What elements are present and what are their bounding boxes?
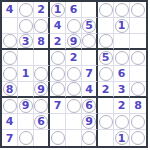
odd-cell-circle-icon [99,67,113,81]
cell-r7c8[interactable]: 2 [114,98,130,114]
given-digit: 7 [6,133,14,144]
odd-cell-circle-icon [19,19,33,33]
cell-r1c5[interactable]: 6 [66,2,82,18]
cell-r7c6[interactable]: 6 [82,98,98,114]
cell-r4c7[interactable]: 5 [98,50,114,66]
cell-r9c3[interactable] [34,130,50,146]
cell-r4c6[interactable] [82,50,98,66]
cell-r3c7[interactable] [98,34,114,50]
sudoku-board: 4216451382925176894239762846971 [0,0,148,148]
cell-r3c4[interactable]: 2 [50,34,66,50]
cell-r9c4[interactable] [50,130,66,146]
cell-r5c8[interactable]: 6 [114,66,130,82]
cell-r9c5[interactable] [66,130,82,146]
given-digit: 4 [6,116,14,127]
given-digit: 3 [22,36,30,47]
odd-cell-circle-icon [82,34,96,48]
cell-r6c6[interactable]: 4 [82,82,98,98]
cell-r6c3[interactable]: 9 [34,82,50,98]
cell-r3c2[interactable]: 3 [18,34,34,50]
cell-r4c2[interactable] [18,50,34,66]
given-digit: 7 [85,68,93,79]
odd-cell-circle-icon [67,99,81,113]
given-digit: 1 [22,68,30,79]
cell-r6c8[interactable]: 3 [114,82,130,98]
odd-cell-circle-icon [131,115,145,129]
given-digit: 1 [118,133,126,144]
odd-cell-circle-icon [19,131,33,145]
odd-cell-circle-icon [51,67,65,81]
cell-r8c5[interactable] [66,114,82,130]
cell-r9c6[interactable] [82,130,98,146]
cell-r3c6[interactable] [82,34,98,50]
cell-r6c7[interactable]: 2 [98,82,114,98]
odd-cell-circle-icon [34,67,48,81]
cell-r5c3[interactable] [34,66,50,82]
cell-r3c1[interactable] [2,34,18,50]
odd-cell-circle-icon [99,3,113,17]
odd-cell-circle-icon [131,51,145,65]
cell-r2c3[interactable] [34,18,50,34]
odd-cell-circle-icon [131,131,145,145]
odd-cell-circle-icon [19,3,33,17]
given-digit: 9 [37,84,45,95]
cell-r5c5[interactable] [66,66,82,82]
given-digit: 6 [85,100,93,111]
cell-r4c5[interactable]: 2 [66,50,82,66]
odd-cell-circle-icon [51,82,65,96]
given-digit: 1 [54,4,62,15]
cell-r7c7[interactable] [98,98,114,114]
given-digit: 2 [70,52,78,63]
odd-cell-circle-icon [3,99,17,113]
cell-r5c4[interactable] [50,66,66,82]
cell-r4c1[interactable] [2,50,18,66]
odd-cell-circle-icon [99,34,113,48]
cell-r1c7[interactable] [98,2,114,18]
cell-r2c9[interactable] [130,18,146,34]
given-digit: 5 [102,52,110,63]
cell-r1c6[interactable] [82,2,98,18]
cell-r8c3[interactable]: 6 [34,114,50,130]
odd-cell-circle-icon [115,3,129,17]
cell-r2c1[interactable] [2,18,18,34]
given-digit: 7 [54,100,62,111]
cell-r4c3[interactable] [34,50,50,66]
cell-r8c8[interactable] [114,114,130,130]
odd-cell-circle-icon [67,19,81,33]
cell-r2c6[interactable]: 5 [82,18,98,34]
given-digit: 6 [70,4,78,15]
cell-r3c8[interactable] [114,34,130,50]
cell-r5c1[interactable] [2,66,18,82]
given-digit: 8 [37,36,45,47]
cell-r7c1[interactable] [2,98,18,114]
odd-cell-circle-icon [3,51,17,65]
cell-r1c2[interactable] [18,2,34,18]
cell-r8c6[interactable]: 9 [82,114,98,130]
given-digit: 3 [118,84,126,95]
cell-r7c2[interactable]: 9 [18,98,34,114]
given-digit: 4 [54,20,62,31]
given-digit: 9 [70,36,78,47]
cell-r4c8[interactable] [114,50,130,66]
cell-r7c3[interactable] [34,98,50,114]
cell-r6c4[interactable] [50,82,66,98]
given-digit: 2 [118,100,126,111]
cell-r7c5[interactable] [66,98,82,114]
given-digit: 2 [102,84,110,95]
cell-r3c3[interactable]: 8 [34,34,50,50]
odd-cell-circle-icon [34,99,48,113]
given-digit: 9 [22,100,30,111]
cell-r6c1[interactable]: 8 [2,82,18,98]
odd-cell-circle-icon [51,51,65,65]
cell-r1c1[interactable]: 4 [2,2,18,18]
cell-r4c9[interactable] [130,50,146,66]
odd-cell-circle-icon [3,34,17,48]
cell-r3c5[interactable]: 9 [66,34,82,50]
cell-r8c7[interactable] [98,114,114,130]
cell-r1c8[interactable] [114,2,130,18]
given-digit: 4 [6,4,14,15]
cell-r5c9[interactable] [130,66,146,82]
cell-r9c8[interactable]: 1 [114,130,130,146]
given-digit: 1 [118,20,126,31]
odd-cell-circle-icon [67,82,81,96]
given-digit: 5 [85,20,93,31]
cell-r2c2[interactable] [18,18,34,34]
cell-r1c4[interactable]: 1 [50,2,66,18]
odd-cell-circle-icon [131,3,145,17]
cell-r2c7[interactable] [98,18,114,34]
given-digit: 2 [54,36,62,47]
cell-r7c4[interactable]: 7 [50,98,66,114]
cell-r8c9[interactable] [130,114,146,130]
cell-r1c3[interactable]: 2 [34,2,50,18]
cell-r6c2[interactable] [18,82,34,98]
odd-cell-circle-icon [99,115,113,129]
cell-r9c1[interactable]: 7 [2,130,18,146]
given-digit: 4 [85,84,93,95]
odd-cell-circle-icon [67,67,81,81]
cell-r2c8[interactable]: 1 [114,18,130,34]
odd-cell-circle-icon [82,131,96,145]
cell-r6c5[interactable] [66,82,82,98]
cell-r2c4[interactable]: 4 [50,18,66,34]
cell-r5c2[interactable]: 1 [18,66,34,82]
cell-r5c7[interactable] [98,66,114,82]
cell-r7c9[interactable]: 8 [130,98,146,114]
cell-r5c6[interactable]: 7 [82,66,98,82]
cell-r2c5[interactable] [66,18,82,34]
cell-r8c2[interactable] [18,114,34,130]
cell-r3c9[interactable] [130,34,146,50]
odd-cell-circle-icon [51,131,65,145]
given-digit: 6 [37,116,45,127]
given-digit: 9 [85,116,93,127]
cell-r9c2[interactable] [18,130,34,146]
cell-r9c7[interactable] [98,130,114,146]
odd-cell-circle-icon [3,67,17,81]
given-digit: 8 [6,84,14,95]
odd-cell-circle-icon [131,82,145,96]
given-digit: 8 [134,100,142,111]
odd-cell-circle-icon [115,51,129,65]
odd-cell-circle-icon [115,115,129,129]
given-digit: 6 [118,68,126,79]
cell-r8c1[interactable]: 4 [2,114,18,130]
odd-cell-circle-icon [34,19,48,33]
cell-r8c4[interactable] [50,114,66,130]
cell-r9c9[interactable] [130,130,146,146]
given-digit: 2 [37,4,45,15]
cell-r1c9[interactable] [130,2,146,18]
cell-r6c9[interactable] [130,82,146,98]
cell-r4c4[interactable] [50,50,66,66]
